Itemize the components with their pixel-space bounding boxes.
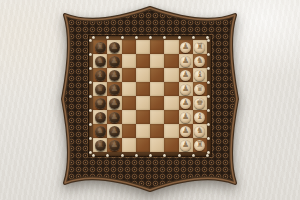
square-r2c2[interactable]: ♟ [107, 54, 121, 68]
square-r4c8[interactable]: ♛ [193, 82, 207, 96]
square-r2c4[interactable] [136, 54, 150, 68]
piece-white-pawn[interactable]: ♟ [180, 70, 191, 81]
square-r1c6[interactable] [164, 40, 178, 54]
square-r4c7[interactable]: ♟ [179, 82, 193, 96]
square-r3c4[interactable] [136, 68, 150, 82]
square-r8c6[interactable] [164, 138, 178, 152]
square-r5c8[interactable]: ♚ [193, 96, 207, 110]
piece-white-pawn[interactable]: ♟ [180, 126, 191, 137]
stud-pin [89, 53, 92, 56]
stud-pin [207, 109, 210, 112]
piece-black-pawn[interactable]: ♟ [109, 56, 120, 67]
piece-white-pawn[interactable]: ♟ [180, 140, 191, 151]
stud-pin [121, 36, 124, 39]
stud-pin [163, 36, 166, 39]
square-r3c2[interactable]: ♟ [107, 68, 121, 82]
square-r7c4[interactable] [136, 124, 150, 138]
square-r8c1[interactable]: ♜ [93, 138, 107, 152]
stud-pin [207, 39, 210, 42]
stud-pin [89, 109, 92, 112]
square-r5c5[interactable] [150, 96, 164, 110]
square-r6c8[interactable]: ♝ [193, 110, 207, 124]
stud-pin [106, 36, 109, 39]
square-r3c8[interactable]: ♝ [193, 68, 207, 82]
square-r1c7[interactable]: ♟ [179, 40, 193, 54]
piece-white-bishop[interactable]: ♝ [194, 112, 205, 123]
stud-pin [121, 154, 124, 157]
stud-pin [178, 36, 181, 39]
square-r4c2[interactable]: ♟ [107, 82, 121, 96]
stud-pin [149, 154, 152, 157]
piece-black-pawn[interactable]: ♟ [109, 70, 120, 81]
piece-black-pawn[interactable]: ♟ [109, 140, 120, 151]
square-r7c7[interactable]: ♟ [179, 124, 193, 138]
square-r3c5[interactable] [150, 68, 164, 82]
piece-white-king[interactable]: ♚ [194, 98, 205, 109]
square-r8c2[interactable]: ♟ [107, 138, 121, 152]
fur-background: ♜♟♟♜♞♟♟♞♝♟♟♝♛♟♟♛♚♟♟♚♝♟♟♝♞♟♟♞♜♟♟♜ [0, 0, 300, 200]
square-r2c7[interactable]: ♟ [179, 54, 193, 68]
piece-white-knight[interactable]: ♞ [194, 56, 205, 67]
stud-pin [135, 36, 138, 39]
piece-black-pawn[interactable]: ♟ [109, 98, 120, 109]
stud-pin [89, 67, 92, 70]
square-r1c2[interactable]: ♟ [107, 40, 121, 54]
piece-white-rook[interactable]: ♜ [194, 42, 205, 53]
stud-pin [89, 39, 92, 42]
piece-black-bishop[interactable]: ♝ [95, 70, 106, 81]
square-r1c4[interactable] [136, 40, 150, 54]
square-r5c6[interactable] [164, 96, 178, 110]
square-r6c7[interactable]: ♟ [179, 110, 193, 124]
piece-white-pawn[interactable]: ♟ [180, 112, 191, 123]
square-r2c1[interactable]: ♞ [93, 54, 107, 68]
square-r7c8[interactable]: ♞ [193, 124, 207, 138]
stud-pin [89, 81, 92, 84]
stud-pin [207, 151, 210, 154]
square-r3c3[interactable] [122, 68, 136, 82]
square-r5c1[interactable]: ♚ [93, 96, 107, 110]
stud-pin [207, 81, 210, 84]
square-r2c6[interactable] [164, 54, 178, 68]
stud-pin [192, 36, 195, 39]
square-r6c5[interactable] [150, 110, 164, 124]
square-r4c3[interactable] [122, 82, 136, 96]
piece-black-queen[interactable]: ♛ [95, 84, 106, 95]
piece-white-pawn[interactable]: ♟ [180, 42, 191, 53]
piece-black-knight[interactable]: ♞ [95, 126, 106, 137]
piece-white-bishop[interactable]: ♝ [194, 70, 205, 81]
square-r7c5[interactable] [150, 124, 164, 138]
stud-pin [207, 123, 210, 126]
stud-pin [89, 95, 92, 98]
stud-pin [89, 137, 92, 140]
square-r5c3[interactable] [122, 96, 136, 110]
square-r8c4[interactable] [136, 138, 150, 152]
square-r1c1[interactable]: ♜ [93, 40, 107, 54]
square-r6c3[interactable] [122, 110, 136, 124]
square-r6c6[interactable] [164, 110, 178, 124]
piece-black-rook[interactable]: ♜ [95, 42, 106, 53]
square-r6c1[interactable]: ♝ [93, 110, 107, 124]
stud-pin [207, 53, 210, 56]
square-r6c2[interactable]: ♟ [107, 110, 121, 124]
piece-white-pawn[interactable]: ♟ [180, 84, 191, 95]
square-r8c7[interactable]: ♟ [179, 138, 193, 152]
piece-black-pawn[interactable]: ♟ [109, 84, 120, 95]
square-r6c4[interactable] [136, 110, 150, 124]
square-r7c6[interactable] [164, 124, 178, 138]
stud-pin [163, 154, 166, 157]
square-r2c8[interactable]: ♞ [193, 54, 207, 68]
square-r7c2[interactable]: ♟ [107, 124, 121, 138]
piece-black-pawn[interactable]: ♟ [109, 42, 120, 53]
square-r2c3[interactable] [122, 54, 136, 68]
piece-white-pawn[interactable]: ♟ [180, 56, 191, 67]
stud-pin [92, 36, 95, 39]
square-r4c6[interactable] [164, 82, 178, 96]
board-panel: ♜♟♟♜♞♟♟♞♝♟♟♝♛♟♟♛♚♟♟♚♝♟♟♝♞♟♟♞♜♟♟♜ [89, 36, 211, 156]
square-r1c3[interactable] [122, 40, 136, 54]
stud-pin [106, 154, 109, 157]
stud-pin [207, 67, 210, 70]
piece-black-bishop[interactable]: ♝ [95, 112, 106, 123]
square-r5c7[interactable]: ♟ [179, 96, 193, 110]
square-r3c1[interactable]: ♝ [93, 68, 107, 82]
square-r3c6[interactable] [164, 68, 178, 82]
square-r8c3[interactable] [122, 138, 136, 152]
stud-pin [192, 154, 195, 157]
stud-pin [206, 36, 209, 39]
square-r1c5[interactable] [150, 40, 164, 54]
square-r1c8[interactable]: ♜ [193, 40, 207, 54]
stud-pin [178, 154, 181, 157]
stud-pin [207, 137, 210, 140]
piece-white-pawn[interactable]: ♟ [180, 98, 191, 109]
square-r7c1[interactable]: ♞ [93, 124, 107, 138]
piece-white-knight[interactable]: ♞ [194, 126, 205, 137]
square-r4c4[interactable] [136, 82, 150, 96]
piece-black-pawn[interactable]: ♟ [109, 126, 120, 137]
stud-pin [207, 95, 210, 98]
square-r8c5[interactable] [150, 138, 164, 152]
piece-black-rook[interactable]: ♜ [95, 140, 106, 151]
square-r5c2[interactable]: ♟ [107, 96, 121, 110]
stud-pin [149, 36, 152, 39]
piece-white-rook[interactable]: ♜ [194, 140, 205, 151]
stud-pin [89, 151, 92, 154]
piece-black-pawn[interactable]: ♟ [109, 112, 120, 123]
square-r2c5[interactable] [150, 54, 164, 68]
stud-pin [135, 154, 138, 157]
square-r4c5[interactable] [150, 82, 164, 96]
square-r5c4[interactable] [136, 96, 150, 110]
board-squares: ♜♟♟♜♞♟♟♞♝♟♟♝♛♟♟♛♚♟♟♚♝♟♟♝♞♟♟♞♜♟♟♜ [93, 40, 207, 152]
square-r8c8[interactable]: ♜ [193, 138, 207, 152]
square-r7c3[interactable] [122, 124, 136, 138]
stud-pin [92, 154, 95, 157]
stud-pin [89, 123, 92, 126]
piece-white-queen[interactable]: ♛ [194, 84, 205, 95]
piece-black-king[interactable]: ♚ [95, 98, 106, 109]
square-r3c7[interactable]: ♟ [179, 68, 193, 82]
piece-black-knight[interactable]: ♞ [95, 56, 106, 67]
square-r4c1[interactable]: ♛ [93, 82, 107, 96]
